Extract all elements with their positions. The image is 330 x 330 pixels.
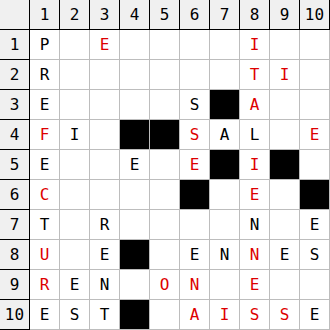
cell-r10c3[interactable]: T — [90, 300, 120, 330]
row-header-9: 9 — [0, 270, 30, 300]
row-header-8: 8 — [0, 240, 30, 270]
cell-r1c4[interactable] — [120, 30, 150, 60]
cell-r1c2[interactable] — [60, 30, 90, 60]
cell-r7c9[interactable] — [270, 210, 300, 240]
cell-r10c10[interactable]: E — [300, 300, 330, 330]
row-header-1: 1 — [0, 30, 30, 60]
cell-r10c4 — [120, 300, 150, 330]
cell-r4c10[interactable]: E — [300, 120, 330, 150]
cell-r2c10[interactable] — [300, 60, 330, 90]
cell-r1c1[interactable]: P — [30, 30, 60, 60]
row-header-10: 10 — [0, 300, 30, 330]
cell-r3c4[interactable] — [120, 90, 150, 120]
cell-r6c2[interactable] — [60, 180, 90, 210]
cell-r10c5[interactable] — [150, 300, 180, 330]
cell-r3c5[interactable] — [150, 90, 180, 120]
cell-r8c9[interactable]: E — [270, 240, 300, 270]
cell-r5c5[interactable] — [150, 150, 180, 180]
cell-r1c8[interactable]: I — [240, 30, 270, 60]
cell-r1c9[interactable] — [270, 30, 300, 60]
cell-r2c4[interactable] — [120, 60, 150, 90]
cell-r5c6[interactable]: E — [180, 150, 210, 180]
cell-r9c4[interactable] — [120, 270, 150, 300]
cell-r9c2[interactable]: E — [60, 270, 90, 300]
cell-r3c10[interactable] — [300, 90, 330, 120]
cell-r3c8[interactable]: A — [240, 90, 270, 120]
row-header-4: 4 — [0, 120, 30, 150]
cell-r6c7[interactable] — [210, 180, 240, 210]
cell-r8c8[interactable]: N — [240, 240, 270, 270]
cell-r4c4 — [120, 120, 150, 150]
cell-r6c1[interactable]: C — [30, 180, 60, 210]
crossword-board: 123456789101PEI2RTI3ESA4FISALE5EEEI6CE7T… — [0, 0, 330, 330]
col-header-9: 9 — [270, 0, 300, 30]
cell-r2c1[interactable]: R — [30, 60, 60, 90]
cell-r6c9[interactable] — [270, 180, 300, 210]
cell-r1c3[interactable]: E — [90, 30, 120, 60]
cell-r7c8[interactable]: N — [240, 210, 270, 240]
cell-r5c3[interactable] — [90, 150, 120, 180]
cell-r5c8[interactable]: I — [240, 150, 270, 180]
cell-r9c9[interactable] — [270, 270, 300, 300]
cell-r6c6 — [180, 180, 210, 210]
cell-r4c8[interactable]: L — [240, 120, 270, 150]
cell-r1c6[interactable] — [180, 30, 210, 60]
cell-r9c7[interactable] — [210, 270, 240, 300]
cell-r8c2[interactable] — [60, 240, 90, 270]
cell-r10c7[interactable]: I — [210, 300, 240, 330]
cell-r6c8[interactable]: E — [240, 180, 270, 210]
cell-r5c7 — [210, 150, 240, 180]
cell-r4c6[interactable]: S — [180, 120, 210, 150]
cell-r9c1[interactable]: R — [30, 270, 60, 300]
col-header-10: 10 — [300, 0, 330, 30]
cell-r9c6[interactable]: N — [180, 270, 210, 300]
col-header-3: 3 — [90, 0, 120, 30]
row-header-3: 3 — [0, 90, 30, 120]
col-header-2: 2 — [60, 0, 90, 30]
cell-r2c8[interactable]: T — [240, 60, 270, 90]
cell-r8c6[interactable]: E — [180, 240, 210, 270]
cell-r2c7[interactable] — [210, 60, 240, 90]
cell-r10c2[interactable]: S — [60, 300, 90, 330]
cell-r5c9 — [270, 150, 300, 180]
cell-r9c3[interactable]: N — [90, 270, 120, 300]
cell-r5c4[interactable]: E — [120, 150, 150, 180]
cell-r8c4 — [120, 240, 150, 270]
cell-r2c6[interactable] — [180, 60, 210, 90]
row-header-5: 5 — [0, 150, 30, 180]
cell-r10c9[interactable]: S — [270, 300, 300, 330]
col-header-8: 8 — [240, 0, 270, 30]
cell-r2c9[interactable]: I — [270, 60, 300, 90]
row-header-2: 2 — [0, 60, 30, 90]
cell-r3c2[interactable] — [60, 90, 90, 120]
cell-r5c2[interactable] — [60, 150, 90, 180]
cell-r1c10[interactable] — [300, 30, 330, 60]
cell-r9c5[interactable]: O — [150, 270, 180, 300]
cell-r1c5[interactable] — [150, 30, 180, 60]
cell-r7c3[interactable]: R — [90, 210, 120, 240]
cell-r7c5[interactable] — [150, 210, 180, 240]
cell-r8c5[interactable] — [150, 240, 180, 270]
row-header-6: 6 — [0, 180, 30, 210]
corner-cell — [0, 0, 30, 30]
cell-r3c7 — [210, 90, 240, 120]
cell-r10c8[interactable]: S — [240, 300, 270, 330]
cell-r2c3[interactable] — [90, 60, 120, 90]
cell-r8c3[interactable]: E — [90, 240, 120, 270]
cell-r4c5 — [150, 120, 180, 150]
cell-r1c7[interactable] — [210, 30, 240, 60]
col-header-7: 7 — [210, 0, 240, 30]
cell-r7c4[interactable] — [120, 210, 150, 240]
cell-r3c9[interactable] — [270, 90, 300, 120]
cell-r6c3[interactable] — [90, 180, 120, 210]
cell-r7c7[interactable] — [210, 210, 240, 240]
cell-r4c1[interactable]: F — [30, 120, 60, 150]
cell-r7c10[interactable]: E — [300, 210, 330, 240]
cell-r4c2[interactable]: I — [60, 120, 90, 150]
cell-r6c4[interactable] — [120, 180, 150, 210]
cell-r9c8[interactable]: E — [240, 270, 270, 300]
cell-r2c2[interactable] — [60, 60, 90, 90]
cell-r8c10[interactable]: S — [300, 240, 330, 270]
cell-r9c10[interactable] — [300, 270, 330, 300]
cell-r8c1[interactable]: U — [30, 240, 60, 270]
cell-r4c7[interactable]: A — [210, 120, 240, 150]
cell-r5c10[interactable] — [300, 150, 330, 180]
cell-r8c7[interactable]: N — [210, 240, 240, 270]
cell-r3c3[interactable] — [90, 90, 120, 120]
cell-r6c5[interactable] — [150, 180, 180, 210]
cell-r3c1[interactable]: E — [30, 90, 60, 120]
cell-r2c5[interactable] — [150, 60, 180, 90]
cell-r6c10 — [300, 180, 330, 210]
cell-r10c1[interactable]: E — [30, 300, 60, 330]
cell-r10c6[interactable]: A — [180, 300, 210, 330]
cell-r4c9[interactable] — [270, 120, 300, 150]
cell-r7c6[interactable] — [180, 210, 210, 240]
col-header-6: 6 — [180, 0, 210, 30]
col-header-4: 4 — [120, 0, 150, 30]
col-header-1: 1 — [30, 0, 60, 30]
cell-r3c6[interactable]: S — [180, 90, 210, 120]
col-header-5: 5 — [150, 0, 180, 30]
cell-r4c3[interactable] — [90, 120, 120, 150]
row-header-7: 7 — [0, 210, 30, 240]
cell-r7c2[interactable] — [60, 210, 90, 240]
cell-r7c1[interactable]: T — [30, 210, 60, 240]
cell-r5c1[interactable]: E — [30, 150, 60, 180]
